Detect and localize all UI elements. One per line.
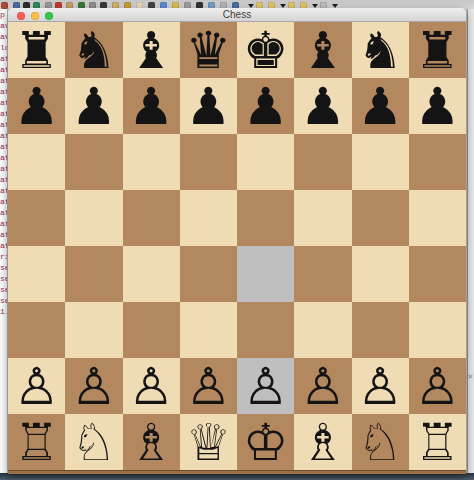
piece-black-queen: ♛	[186, 23, 232, 78]
square-f8[interactable]: ♝	[294, 22, 351, 78]
piece-black-pawn: ♟	[415, 79, 461, 134]
square-d1[interactable]: ♕	[180, 414, 237, 470]
piece-black-knight: ♞	[71, 23, 117, 78]
square-b5[interactable]	[65, 190, 122, 246]
square-d6[interactable]	[180, 134, 237, 190]
square-h6[interactable]	[409, 134, 466, 190]
piece-white-king: ♔	[243, 415, 289, 470]
code-fragment: at	[0, 240, 8, 251]
code-fragment: se	[0, 273, 8, 284]
square-a5[interactable]	[8, 190, 65, 246]
piece-white-pawn: ♙	[357, 359, 403, 414]
piece-black-bishop: ♝	[128, 23, 174, 78]
square-f3[interactable]	[294, 302, 351, 358]
square-e7[interactable]: ♟	[237, 78, 294, 134]
square-f4[interactable]	[294, 246, 351, 302]
code-fragment: at	[0, 108, 8, 119]
square-d8[interactable]: ♛	[180, 22, 237, 78]
square-e8[interactable]: ♚	[237, 22, 294, 78]
square-d5[interactable]	[180, 190, 237, 246]
square-a7[interactable]: ♟	[8, 78, 65, 134]
code-fragment: se	[0, 284, 8, 295]
square-f2[interactable]: ♙	[294, 358, 351, 414]
piece-white-pawn: ♙	[415, 359, 461, 414]
square-g4[interactable]	[352, 246, 409, 302]
square-h1[interactable]: ♖	[409, 414, 466, 470]
piece-white-queen: ♕	[186, 415, 232, 470]
code-fragment: at	[0, 75, 8, 86]
piece-black-king: ♚	[243, 23, 289, 78]
square-h4[interactable]	[409, 246, 466, 302]
square-g7[interactable]: ♟	[352, 78, 409, 134]
code-fragment: at	[0, 130, 8, 141]
code-fragment: at	[0, 53, 8, 64]
code-fragment: at	[0, 97, 8, 108]
piece-black-pawn: ♟	[243, 79, 289, 134]
square-c7[interactable]: ♟	[123, 78, 180, 134]
piece-black-pawn: ♟	[128, 79, 174, 134]
code-fragment: at	[0, 207, 8, 218]
square-g6[interactable]	[352, 134, 409, 190]
screen: pavavldatatatatatatatatatatatatatatatata…	[0, 0, 474, 480]
square-f1[interactable]: ♗	[294, 414, 351, 470]
code-fragment: se	[0, 295, 8, 306]
square-c8[interactable]: ♝	[123, 22, 180, 78]
code-fragment: at	[0, 196, 8, 207]
square-b6[interactable]	[65, 134, 122, 190]
square-b7[interactable]: ♟	[65, 78, 122, 134]
square-g1[interactable]: ♘	[352, 414, 409, 470]
square-b3[interactable]	[65, 302, 122, 358]
code-fragment: at	[0, 119, 8, 130]
square-d4[interactable]	[180, 246, 237, 302]
piece-white-pawn: ♙	[186, 359, 232, 414]
code-fragment: at	[0, 86, 8, 97]
square-c3[interactable]	[123, 302, 180, 358]
piece-white-bishop: ♗	[128, 415, 174, 470]
square-a3[interactable]	[8, 302, 65, 358]
chess-board[interactable]: ♜♞♝♛♚♝♞♜♟♟♟♟♟♟♟♟♙♙♙♙♙♙♙♙♖♘♗♕♔♗♘♖	[8, 22, 466, 470]
code-fragment: at	[0, 174, 8, 185]
piece-white-pawn: ♙	[71, 359, 117, 414]
code-fragment: av	[0, 20, 8, 31]
piece-white-pawn: ♙	[300, 359, 346, 414]
piece-black-pawn: ♟	[186, 79, 232, 134]
background-panel-strip: ✕	[467, 9, 474, 474]
square-e2[interactable]: ♙	[237, 358, 294, 414]
code-fragment: ri	[0, 251, 8, 262]
square-g2[interactable]: ♙	[352, 358, 409, 414]
square-h5[interactable]	[409, 190, 466, 246]
square-g5[interactable]	[352, 190, 409, 246]
square-h7[interactable]: ♟	[409, 78, 466, 134]
piece-black-knight: ♞	[357, 23, 403, 78]
square-f6[interactable]	[294, 134, 351, 190]
square-e6[interactable]	[237, 134, 294, 190]
square-d7[interactable]: ♟	[180, 78, 237, 134]
square-f7[interactable]: ♟	[294, 78, 351, 134]
square-c5[interactable]	[123, 190, 180, 246]
square-e5[interactable]	[237, 190, 294, 246]
piece-black-rook: ♜	[415, 23, 461, 78]
piece-white-pawn: ♙	[14, 359, 60, 414]
code-fragment: av	[0, 31, 8, 42]
piece-white-pawn: ♙	[128, 359, 174, 414]
code-fragment: at	[0, 229, 8, 240]
square-e1[interactable]: ♔	[237, 414, 294, 470]
square-a4[interactable]	[8, 246, 65, 302]
background-bottom-strip	[0, 473, 474, 480]
square-c4[interactable]	[123, 246, 180, 302]
square-c2[interactable]: ♙	[123, 358, 180, 414]
square-e4[interactable]	[237, 246, 294, 302]
piece-black-bishop: ♝	[300, 23, 346, 78]
square-b1[interactable]: ♘	[65, 414, 122, 470]
square-h8[interactable]: ♜	[409, 22, 466, 78]
piece-white-rook: ♖	[14, 415, 60, 470]
piece-black-rook: ♜	[14, 23, 60, 78]
toolbar-icon[interactable]	[1, 2, 8, 9]
square-b2[interactable]: ♙	[65, 358, 122, 414]
square-d2[interactable]: ♙	[180, 358, 237, 414]
code-fragment: 1.	[0, 306, 8, 317]
chess-window: Chess ♜♞♝♛♚♝♞♜♟♟♟♟♟♟♟♟♙♙♙♙♙♙♙♙♖♘♗♕♔♗♘♖	[8, 8, 466, 474]
code-fragment: at	[0, 64, 8, 75]
piece-white-knight: ♘	[71, 415, 117, 470]
board-bottom-edge	[8, 470, 466, 474]
square-h2[interactable]: ♙	[409, 358, 466, 414]
close-icon[interactable]: ✕	[467, 372, 474, 382]
square-c1[interactable]: ♗	[123, 414, 180, 470]
piece-white-bishop: ♗	[300, 415, 346, 470]
square-c6[interactable]	[123, 134, 180, 190]
titlebar[interactable]: Chess	[8, 8, 466, 22]
piece-black-pawn: ♟	[300, 79, 346, 134]
square-a1[interactable]: ♖	[8, 414, 65, 470]
square-h3[interactable]	[409, 302, 466, 358]
piece-black-pawn: ♟	[71, 79, 117, 134]
code-fragment: at	[0, 163, 8, 174]
square-d3[interactable]	[180, 302, 237, 358]
window-title: Chess	[8, 8, 466, 22]
square-a2[interactable]: ♙	[8, 358, 65, 414]
code-fragment: ld	[0, 42, 8, 53]
piece-black-pawn: ♟	[14, 79, 60, 134]
square-a8[interactable]: ♜	[8, 22, 65, 78]
code-fragment: at	[0, 141, 8, 152]
square-g8[interactable]: ♞	[352, 22, 409, 78]
code-fragment: se	[0, 262, 8, 273]
square-a6[interactable]	[8, 134, 65, 190]
background-editor-strip: pavavldatatatatatatatatatatatatatatatata…	[0, 9, 8, 474]
square-g3[interactable]	[352, 302, 409, 358]
piece-black-pawn: ♟	[357, 79, 403, 134]
code-fragment: at	[0, 152, 8, 163]
code-fragment: at	[0, 218, 8, 229]
code-fragment: p	[0, 9, 8, 20]
piece-white-pawn: ♙	[243, 359, 289, 414]
square-b4[interactable]	[65, 246, 122, 302]
square-f5[interactable]	[294, 190, 351, 246]
square-b8[interactable]: ♞	[65, 22, 122, 78]
piece-white-rook: ♖	[415, 415, 461, 470]
piece-white-knight: ♘	[357, 415, 403, 470]
code-fragment: at	[0, 185, 8, 196]
square-e3[interactable]	[237, 302, 294, 358]
